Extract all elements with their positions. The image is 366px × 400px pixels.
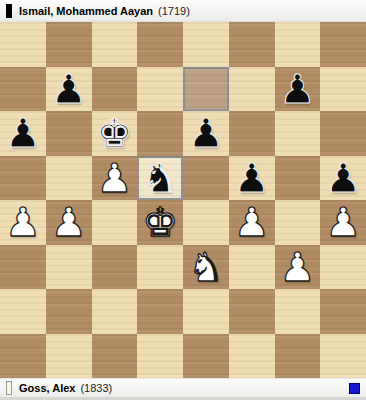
square-g2[interactable] <box>275 289 321 334</box>
white-knight-e3[interactable]: ♞ <box>183 245 229 290</box>
square-g3[interactable]: ♟ <box>275 245 321 290</box>
bottom-player-name: Goss, Alex <box>19 382 75 394</box>
square-b3[interactable] <box>46 245 92 290</box>
side-to-move-indicator <box>349 383 360 394</box>
square-d2[interactable] <box>137 289 183 334</box>
square-a7[interactable] <box>0 67 46 112</box>
square-c2[interactable] <box>92 289 138 334</box>
black-king-c6[interactable]: ♚ <box>92 111 138 156</box>
square-a2[interactable] <box>0 289 46 334</box>
bottom-player-bar: Goss, Alex (1833) <box>0 378 366 400</box>
square-b8[interactable] <box>46 22 92 67</box>
black-pawn-a6[interactable]: ♟ <box>0 111 46 156</box>
square-f2[interactable] <box>229 289 275 334</box>
square-h7[interactable] <box>320 67 366 112</box>
square-f3[interactable] <box>229 245 275 290</box>
square-a8[interactable] <box>0 22 46 67</box>
white-player-color-icon <box>6 381 12 395</box>
square-f6[interactable] <box>229 111 275 156</box>
square-d7[interactable] <box>137 67 183 112</box>
square-c1[interactable] <box>92 334 138 379</box>
chess-app-window: Ismail, Mohammed Aayan (1719) ♟♟♟♚♟♟♞♟♟♟… <box>0 0 366 400</box>
square-d3[interactable] <box>137 245 183 290</box>
square-a4[interactable]: ♟ <box>0 200 46 245</box>
square-c7[interactable] <box>92 67 138 112</box>
square-h4[interactable]: ♟ <box>320 200 366 245</box>
square-a3[interactable] <box>0 245 46 290</box>
square-g7[interactable]: ♟ <box>275 67 321 112</box>
square-b4[interactable]: ♟ <box>46 200 92 245</box>
square-d8[interactable] <box>137 22 183 67</box>
square-h2[interactable] <box>320 289 366 334</box>
square-e7[interactable] <box>183 67 229 112</box>
white-pawn-g3[interactable]: ♟ <box>275 245 321 290</box>
black-pawn-f5[interactable]: ♟ <box>229 156 275 201</box>
square-h1[interactable] <box>320 334 366 379</box>
square-c3[interactable] <box>92 245 138 290</box>
square-g4[interactable] <box>275 200 321 245</box>
square-g8[interactable] <box>275 22 321 67</box>
top-player-bar: Ismail, Mohammed Aayan (1719) <box>0 0 366 22</box>
bottom-player-rating: (1833) <box>80 382 112 394</box>
square-c6[interactable]: ♚ <box>92 111 138 156</box>
white-pawn-h4[interactable]: ♟ <box>320 200 366 245</box>
square-e4[interactable] <box>183 200 229 245</box>
white-pawn-c5[interactable]: ♟ <box>92 156 138 201</box>
square-a1[interactable] <box>0 334 46 379</box>
square-e5[interactable] <box>183 156 229 201</box>
square-e2[interactable] <box>183 289 229 334</box>
square-f1[interactable] <box>229 334 275 379</box>
square-a6[interactable]: ♟ <box>0 111 46 156</box>
black-pawn-b7[interactable]: ♟ <box>46 67 92 112</box>
square-b1[interactable] <box>46 334 92 379</box>
square-e6[interactable]: ♟ <box>183 111 229 156</box>
square-d1[interactable] <box>137 334 183 379</box>
square-f5[interactable]: ♟ <box>229 156 275 201</box>
square-f8[interactable] <box>229 22 275 67</box>
white-pawn-a4[interactable]: ♟ <box>0 200 46 245</box>
square-a5[interactable] <box>0 156 46 201</box>
square-e3[interactable]: ♞ <box>183 245 229 290</box>
square-e1[interactable] <box>183 334 229 379</box>
square-f7[interactable] <box>229 67 275 112</box>
white-king-d4[interactable]: ♚ <box>137 200 183 245</box>
square-h6[interactable] <box>320 111 366 156</box>
square-e8[interactable] <box>183 22 229 67</box>
square-b5[interactable] <box>46 156 92 201</box>
square-g5[interactable] <box>275 156 321 201</box>
square-b2[interactable] <box>46 289 92 334</box>
square-d4[interactable]: ♚ <box>137 200 183 245</box>
black-pawn-h5[interactable]: ♟ <box>320 156 366 201</box>
square-f4[interactable]: ♟ <box>229 200 275 245</box>
square-h3[interactable] <box>320 245 366 290</box>
white-pawn-b4[interactable]: ♟ <box>46 200 92 245</box>
square-b7[interactable]: ♟ <box>46 67 92 112</box>
black-player-color-icon <box>6 4 12 18</box>
square-c8[interactable] <box>92 22 138 67</box>
black-pawn-e6[interactable]: ♟ <box>183 111 229 156</box>
chess-board[interactable]: ♟♟♟♚♟♟♞♟♟♟♟♚♟♟♞♟ <box>0 22 366 378</box>
black-knight-d5[interactable]: ♞ <box>137 156 183 201</box>
black-pawn-g7[interactable]: ♟ <box>275 67 321 112</box>
square-c5[interactable]: ♟ <box>92 156 138 201</box>
top-player-name: Ismail, Mohammed Aayan <box>19 5 153 17</box>
square-d6[interactable] <box>137 111 183 156</box>
square-b6[interactable] <box>46 111 92 156</box>
white-pawn-f4[interactable]: ♟ <box>229 200 275 245</box>
top-player-rating: (1719) <box>158 5 190 17</box>
square-g1[interactable] <box>275 334 321 379</box>
square-h5[interactable]: ♟ <box>320 156 366 201</box>
square-g6[interactable] <box>275 111 321 156</box>
square-d5[interactable]: ♞ <box>137 156 183 201</box>
square-c4[interactable] <box>92 200 138 245</box>
square-h8[interactable] <box>320 22 366 67</box>
